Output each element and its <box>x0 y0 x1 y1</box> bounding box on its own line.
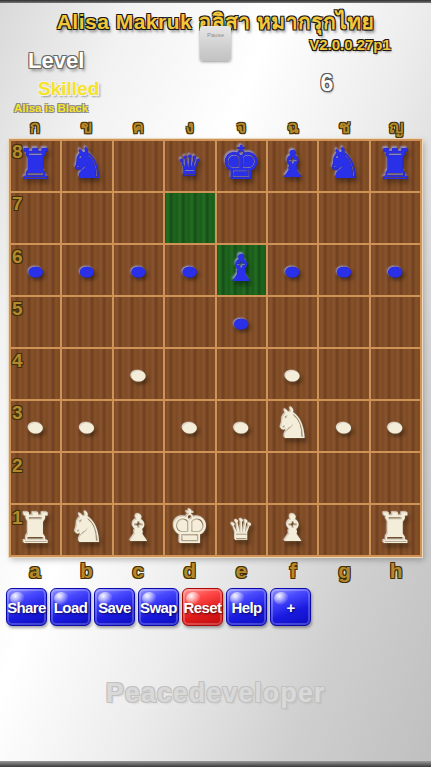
watermark: Peacedeveloper <box>0 678 431 709</box>
file-label-g: g <box>319 559 371 583</box>
white-knight-b1[interactable]: ♞ <box>68 507 106 549</box>
square-a6[interactable]: ● <box>11 245 60 295</box>
black-rook-h8[interactable]: ♜ <box>376 144 414 186</box>
square-e6[interactable]: ♝ <box>217 245 266 295</box>
square-a5[interactable] <box>11 297 60 347</box>
plus-button[interactable]: + <box>270 588 311 626</box>
file-label-b: b <box>61 559 113 583</box>
square-h6[interactable]: ● <box>371 245 420 295</box>
load-button[interactable]: Load <box>50 588 91 626</box>
square-e1[interactable]: ♛ <box>217 505 266 555</box>
square-e2[interactable] <box>217 453 266 503</box>
black-pawn-g6[interactable]: ● <box>334 258 354 283</box>
square-c1[interactable]: ♝ <box>114 505 163 555</box>
file-label-d-thai: ง <box>164 113 216 140</box>
white-pawn-h3[interactable]: ● <box>385 414 405 439</box>
square-f8[interactable]: ♝ <box>268 141 317 191</box>
file-label-h-thai: ญ <box>370 113 422 140</box>
square-a8[interactable]: ♜ <box>11 141 60 191</box>
square-g3[interactable]: ● <box>319 401 368 451</box>
file-labels-latin: abcdefgh <box>9 559 422 583</box>
square-d4[interactable] <box>165 349 214 399</box>
swap-button[interactable]: Swap <box>138 588 179 626</box>
black-pawn-a6[interactable]: ● <box>26 258 46 283</box>
square-h1[interactable]: ♜ <box>371 505 420 555</box>
white-khon-f1[interactable]: ♝ <box>276 510 309 547</box>
file-label-c-thai: ค <box>112 113 164 140</box>
toolbar: ShareLoadSaveSwapResetHelp+ <box>6 588 311 626</box>
file-label-d: d <box>164 559 216 583</box>
square-b6[interactable]: ● <box>62 245 111 295</box>
white-pawn-b3[interactable]: ● <box>77 414 97 439</box>
white-pawn-g3[interactable]: ● <box>334 414 354 439</box>
square-c6[interactable]: ● <box>114 245 163 295</box>
black-met-d8[interactable]: ♛ <box>177 152 203 181</box>
square-f3[interactable]: ♞ <box>268 401 317 451</box>
square-h3[interactable]: ● <box>371 401 420 451</box>
white-king-d1[interactable]: ♚ <box>169 504 210 550</box>
share-button[interactable]: Share <box>6 588 47 626</box>
square-h7[interactable] <box>371 193 420 243</box>
black-khon-e6[interactable]: ♝ <box>225 250 258 287</box>
white-rook-h1[interactable]: ♜ <box>376 508 414 550</box>
white-pawn-f4[interactable]: ● <box>283 362 303 387</box>
black-knight-b8[interactable]: ♞ <box>68 143 106 185</box>
square-b3[interactable]: ● <box>62 401 111 451</box>
black-pawn-f6[interactable]: ● <box>283 258 303 283</box>
square-d6[interactable]: ● <box>165 245 214 295</box>
file-label-e-thai: จ <box>216 113 268 140</box>
square-d2[interactable] <box>165 453 214 503</box>
help-button[interactable]: Help <box>226 588 267 626</box>
black-pawn-d6[interactable]: ● <box>180 258 200 283</box>
file-label-a: a <box>9 559 61 583</box>
square-a2[interactable] <box>11 453 60 503</box>
black-pawn-c6[interactable]: ● <box>128 258 148 283</box>
square-b1[interactable]: ♞ <box>62 505 111 555</box>
square-c4[interactable]: ● <box>114 349 163 399</box>
version-label: V2.0.0.27p1 <box>300 36 400 53</box>
square-g4[interactable] <box>319 349 368 399</box>
file-labels-thai: กขคงจฉชญ <box>9 113 422 140</box>
white-pawn-e3[interactable]: ● <box>231 414 251 439</box>
black-pawn-b6[interactable]: ● <box>77 258 97 283</box>
white-rook-a1[interactable]: ♜ <box>17 508 55 550</box>
black-knight-g8[interactable]: ♞ <box>325 143 363 185</box>
file-label-a-thai: ก <box>9 113 61 140</box>
board: ♜♞♛♚♝♞♜●●●●♝●●●●●●●●●●♞●●♜♞♝♚♛♝♜ <box>9 139 422 557</box>
square-f2[interactable] <box>268 453 317 503</box>
square-b8[interactable]: ♞ <box>62 141 111 191</box>
square-e4[interactable] <box>217 349 266 399</box>
square-g7[interactable] <box>319 193 368 243</box>
file-label-b-thai: ข <box>61 113 113 140</box>
square-d5[interactable] <box>165 297 214 347</box>
square-b5[interactable] <box>62 297 111 347</box>
level-label: Level <box>28 48 84 74</box>
square-e7[interactable] <box>217 193 266 243</box>
file-label-f-thai: ฉ <box>267 113 319 140</box>
white-knight-f3[interactable]: ♞ <box>274 403 312 445</box>
top-edge-bar <box>0 0 431 3</box>
file-label-g-thai: ช <box>319 113 371 140</box>
square-e8[interactable]: ♚ <box>217 141 266 191</box>
white-pawn-a3[interactable]: ● <box>26 414 46 439</box>
black-rook-a8[interactable]: ♜ <box>17 144 55 186</box>
level-value-selector[interactable]: Skilled <box>38 78 99 100</box>
save-button[interactable]: Save <box>94 588 135 626</box>
square-h8[interactable]: ♜ <box>371 141 420 191</box>
black-khon-f8[interactable]: ♝ <box>276 146 309 183</box>
square-g5[interactable] <box>319 297 368 347</box>
square-d7[interactable] <box>165 193 214 243</box>
square-g6[interactable]: ● <box>319 245 368 295</box>
file-label-c: c <box>112 559 164 583</box>
square-b4[interactable] <box>62 349 111 399</box>
square-h4[interactable] <box>371 349 420 399</box>
square-d1[interactable]: ♚ <box>165 505 214 555</box>
square-a3[interactable]: ● <box>11 401 60 451</box>
square-g8[interactable]: ♞ <box>319 141 368 191</box>
square-c3[interactable] <box>114 401 163 451</box>
square-b7[interactable] <box>62 193 111 243</box>
square-c5[interactable] <box>114 297 163 347</box>
bottom-edge-bar <box>0 761 431 767</box>
white-khon-c1[interactable]: ♝ <box>122 510 155 547</box>
square-f7[interactable] <box>268 193 317 243</box>
white-met-e1[interactable]: ♛ <box>228 516 254 545</box>
white-pawn-c4[interactable]: ● <box>128 362 148 387</box>
square-h2[interactable] <box>371 453 420 503</box>
black-king-e8[interactable]: ♚ <box>221 140 262 186</box>
square-e5[interactable]: ● <box>217 297 266 347</box>
square-c2[interactable] <box>114 453 163 503</box>
square-g2[interactable] <box>319 453 368 503</box>
file-label-h: h <box>370 559 422 583</box>
file-label-f: f <box>267 559 319 583</box>
black-pawn-e5[interactable]: ● <box>231 310 251 335</box>
square-c7[interactable] <box>114 193 163 243</box>
pause-mini-card[interactable]: Pause <box>200 26 231 61</box>
move-counter: 6 <box>312 70 342 97</box>
square-f6[interactable]: ● <box>268 245 317 295</box>
square-c8[interactable] <box>114 141 163 191</box>
square-f4[interactable]: ● <box>268 349 317 399</box>
black-pawn-h6[interactable]: ● <box>385 258 405 283</box>
square-a7[interactable] <box>11 193 60 243</box>
pause-mini-card-label: Pause <box>207 32 224 38</box>
square-d3[interactable]: ● <box>165 401 214 451</box>
square-a4[interactable] <box>11 349 60 399</box>
square-g1[interactable] <box>319 505 368 555</box>
square-b2[interactable] <box>62 453 111 503</box>
square-h5[interactable] <box>371 297 420 347</box>
square-e3[interactable]: ● <box>217 401 266 451</box>
square-a1[interactable]: ♜ <box>11 505 60 555</box>
square-f1[interactable]: ♝ <box>268 505 317 555</box>
reset-button[interactable]: Reset <box>182 588 223 626</box>
white-pawn-d3[interactable]: ● <box>180 414 200 439</box>
file-label-e: e <box>216 559 268 583</box>
square-f5[interactable] <box>268 297 317 347</box>
square-d8[interactable]: ♛ <box>165 141 214 191</box>
